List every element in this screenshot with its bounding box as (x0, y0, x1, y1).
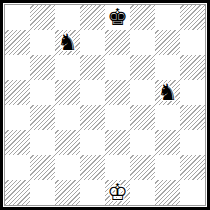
square-a3[interactable] (5, 130, 30, 155)
square-d5[interactable] (80, 80, 105, 105)
black-knight[interactable]: ♞ (157, 80, 178, 105)
square-h3[interactable] (180, 130, 205, 155)
square-h4[interactable] (180, 105, 205, 130)
square-g3[interactable] (155, 130, 180, 155)
square-e8[interactable]: ♚ (105, 5, 130, 30)
square-e4[interactable] (105, 105, 130, 130)
square-g7[interactable] (155, 30, 180, 55)
square-e6[interactable] (105, 55, 130, 80)
square-c4[interactable] (55, 105, 80, 130)
square-c6[interactable] (55, 55, 80, 80)
square-e1[interactable]: ♔ (105, 180, 130, 205)
square-b4[interactable] (30, 105, 55, 130)
square-d4[interactable] (80, 105, 105, 130)
square-f7[interactable] (130, 30, 155, 55)
square-e7[interactable] (105, 30, 130, 55)
square-c1[interactable] (55, 180, 80, 205)
square-h6[interactable] (180, 55, 205, 80)
square-c2[interactable] (55, 155, 80, 180)
square-a1[interactable] (5, 180, 30, 205)
square-f4[interactable] (130, 105, 155, 130)
square-d1[interactable] (80, 180, 105, 205)
square-c8[interactable] (55, 5, 80, 30)
square-g2[interactable] (155, 155, 180, 180)
square-c5[interactable] (55, 80, 80, 105)
square-g1[interactable] (155, 180, 180, 205)
square-e2[interactable] (105, 155, 130, 180)
square-h1[interactable] (180, 180, 205, 205)
square-f2[interactable] (130, 155, 155, 180)
square-d8[interactable] (80, 5, 105, 30)
square-a2[interactable] (5, 155, 30, 180)
square-f3[interactable] (130, 130, 155, 155)
square-g6[interactable] (155, 55, 180, 80)
square-a7[interactable] (5, 30, 30, 55)
square-f5[interactable] (130, 80, 155, 105)
square-c7[interactable]: ♞ (55, 30, 80, 55)
square-d3[interactable] (80, 130, 105, 155)
square-c3[interactable] (55, 130, 80, 155)
square-a8[interactable] (5, 5, 30, 30)
square-d2[interactable] (80, 155, 105, 180)
square-d6[interactable] (80, 55, 105, 80)
black-knight[interactable]: ♞ (57, 30, 78, 55)
square-g5[interactable]: ♞ (155, 80, 180, 105)
square-e5[interactable] (105, 80, 130, 105)
square-b3[interactable] (30, 130, 55, 155)
square-b5[interactable] (30, 80, 55, 105)
square-b2[interactable] (30, 155, 55, 180)
square-e3[interactable] (105, 130, 130, 155)
square-g8[interactable] (155, 5, 180, 30)
square-a5[interactable] (5, 80, 30, 105)
square-h5[interactable] (180, 80, 205, 105)
black-king[interactable]: ♚ (107, 5, 128, 30)
square-b1[interactable] (30, 180, 55, 205)
square-f6[interactable] (130, 55, 155, 80)
white-king[interactable]: ♔ (107, 180, 128, 205)
chess-board: ♚♞♞♔ (4, 4, 206, 206)
square-h2[interactable] (180, 155, 205, 180)
square-b6[interactable] (30, 55, 55, 80)
square-f1[interactable] (130, 180, 155, 205)
square-h8[interactable] (180, 5, 205, 30)
square-h7[interactable] (180, 30, 205, 55)
square-a4[interactable] (5, 105, 30, 130)
square-b7[interactable] (30, 30, 55, 55)
chess-diagram: ♚♞♞♔ (0, 0, 210, 210)
square-a6[interactable] (5, 55, 30, 80)
square-g4[interactable] (155, 105, 180, 130)
square-f8[interactable] (130, 5, 155, 30)
square-b8[interactable] (30, 5, 55, 30)
square-d7[interactable] (80, 30, 105, 55)
